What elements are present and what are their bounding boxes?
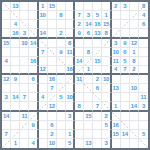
cell-r2c1[interactable] [2, 11, 11, 20]
cell-r3c2[interactable]: 4 [11, 20, 20, 29]
cell-r16c5[interactable] [39, 139, 48, 148]
cell-r2c10[interactable]: 3 [84, 11, 93, 20]
cell-r15c6[interactable]: 2 [48, 130, 57, 139]
cell-r8c16[interactable] [139, 66, 148, 75]
cell-r1c14[interactable]: 3 [121, 2, 130, 11]
cell-r3c8[interactable] [66, 20, 75, 29]
cell-r7c2[interactable] [11, 57, 20, 66]
cell-r9c9[interactable]: 11 [75, 75, 84, 84]
cell-r16c2[interactable]: 1 [11, 139, 20, 148]
cell-r13c1[interactable]: 14 [2, 112, 11, 121]
cell-r15c13[interactable]: 15 [112, 130, 121, 139]
cell-r9c13[interactable] [112, 75, 121, 84]
cell-r16c3[interactable] [20, 139, 29, 148]
cell-r6c6[interactable] [48, 48, 57, 57]
cell-r15c5[interactable] [39, 130, 48, 139]
cell-r7c7[interactable] [57, 57, 66, 66]
cell-r10c15[interactable]: 10 [130, 84, 139, 93]
cell-r3c6[interactable] [48, 20, 57, 29]
cell-r5c1[interactable]: 15 [2, 39, 11, 48]
cell-r10c5[interactable] [39, 84, 48, 93]
cell-r13c7[interactable] [57, 112, 66, 121]
cell-r8c4[interactable] [29, 66, 38, 75]
cell-r3c13[interactable] [112, 20, 121, 29]
cell-r12c4[interactable] [29, 102, 38, 111]
cell-r14c16[interactable] [139, 121, 148, 130]
cell-r7c3[interactable] [20, 57, 29, 66]
cell-r1c8[interactable] [66, 2, 75, 11]
cell-r9c16[interactable] [139, 75, 148, 84]
cell-r12c9[interactable]: 8 [75, 102, 84, 111]
cell-r16c15[interactable] [130, 139, 139, 148]
cell-r4c12[interactable]: 8 [102, 29, 111, 38]
cell-r12c10[interactable] [84, 102, 93, 111]
cell-r13c10[interactable]: 15 [84, 112, 93, 121]
cell-r7c1[interactable]: 4 [2, 57, 11, 66]
cell-r13c2[interactable] [11, 112, 20, 121]
cell-r14c6[interactable]: 6 [48, 121, 57, 130]
cell-r11c3[interactable]: 7 [20, 93, 29, 102]
cell-r10c10[interactable] [84, 84, 93, 93]
cell-r2c12[interactable]: 1 [102, 11, 111, 20]
cell-r6c12[interactable] [102, 48, 111, 57]
cell-r11c1[interactable]: 3 [2, 93, 11, 102]
cell-r13c8[interactable]: 3 [66, 112, 75, 121]
cell-r13c16[interactable] [139, 112, 148, 121]
cell-r8c10[interactable]: 1 [84, 66, 93, 75]
cell-r6c13[interactable]: 10 [112, 48, 121, 57]
cell-r8c3[interactable] [20, 66, 29, 75]
cell-r9c6[interactable]: 16 [48, 75, 57, 84]
cell-r4c13[interactable] [112, 29, 121, 38]
cell-r2c3[interactable] [20, 11, 29, 20]
cell-r10c14[interactable] [121, 84, 130, 93]
cell-r11c14[interactable] [121, 93, 130, 102]
cell-r8c14[interactable]: 7 [121, 66, 130, 75]
cell-r1c15[interactable] [130, 2, 139, 11]
cell-r6c14[interactable]: 6 [121, 48, 130, 57]
cell-r6c16[interactable] [139, 48, 148, 57]
cell-r6c3[interactable] [20, 48, 29, 57]
cell-r1c2[interactable]: 13 [11, 2, 20, 11]
cell-r10c8[interactable] [66, 84, 75, 93]
cell-r11c8[interactable]: 10 [66, 93, 75, 102]
cell-r13c4[interactable] [29, 112, 38, 121]
cell-r5c4[interactable]: 14 [29, 39, 38, 48]
cell-r2c7[interactable]: 8 [57, 11, 66, 20]
cell-r12c1[interactable] [2, 102, 11, 111]
cell-r7c4[interactable]: 16 [29, 57, 38, 66]
cell-r4c15[interactable] [130, 29, 139, 38]
cell-r7c5[interactable] [39, 57, 48, 66]
cell-r6c9[interactable] [75, 48, 84, 57]
cell-r3c10[interactable]: 14 [84, 20, 93, 29]
cell-r4c14[interactable] [121, 29, 130, 38]
cell-r6c1[interactable] [2, 48, 11, 57]
cell-r5c9[interactable] [75, 39, 84, 48]
cell-r3c5[interactable] [39, 20, 48, 29]
cell-r8c1[interactable] [2, 66, 11, 75]
cell-r9c14[interactable] [121, 75, 130, 84]
cell-r11c7[interactable]: 5 [57, 93, 66, 102]
cell-r12c13[interactable]: 1 [112, 102, 121, 111]
cell-r5c16[interactable] [139, 39, 148, 48]
cell-r13c12[interactable]: 2 [102, 112, 111, 121]
cell-r4c1[interactable] [2, 29, 11, 38]
cell-r10c2[interactable] [11, 84, 20, 93]
cell-r8c6[interactable] [48, 66, 57, 75]
cell-r8c8[interactable]: 16 [66, 66, 75, 75]
cell-r3c14[interactable] [121, 20, 130, 29]
cell-r10c13[interactable]: 13 [112, 84, 121, 93]
cell-r3c16[interactable]: 6 [139, 20, 148, 29]
cell-r9c15[interactable] [130, 75, 139, 84]
cell-r7c16[interactable] [139, 57, 148, 66]
cell-r1c10[interactable] [84, 2, 93, 11]
cell-r1c3[interactable] [20, 2, 29, 11]
cell-r9c1[interactable]: 12 [2, 75, 11, 84]
cell-r14c15[interactable] [130, 121, 139, 130]
cell-r2c16[interactable]: 4 [139, 11, 148, 20]
cell-r12c14[interactable] [121, 102, 130, 111]
cell-r3c15[interactable] [130, 20, 139, 29]
cell-r12c2[interactable] [11, 102, 20, 111]
cell-r2c13[interactable] [112, 11, 121, 20]
cell-r10c1[interactable] [2, 84, 11, 93]
cell-r11c9[interactable] [75, 93, 84, 102]
cell-r6c7[interactable]: 9 [57, 48, 66, 57]
cell-r14c9[interactable] [75, 121, 84, 130]
cell-r6c8[interactable]: 11 [66, 48, 75, 57]
cell-r3c4[interactable] [29, 20, 38, 29]
cell-r8c9[interactable] [75, 66, 84, 75]
cell-r7c13[interactable]: 11 [112, 57, 121, 66]
cell-r5c15[interactable]: 12 [130, 39, 139, 48]
cell-r16c13[interactable] [112, 139, 121, 148]
cell-r14c14[interactable] [121, 121, 130, 130]
cell-r6c10[interactable]: 8 [84, 48, 93, 57]
cell-r11c5[interactable]: 4 [39, 93, 48, 102]
cell-r3c11[interactable]: 16 [93, 20, 102, 29]
cell-r3c1[interactable] [2, 20, 11, 29]
cell-r7c12[interactable] [102, 57, 111, 66]
cell-r2c14[interactable] [121, 11, 130, 20]
cell-r12c8[interactable] [66, 102, 75, 111]
cell-r15c7[interactable] [57, 130, 66, 139]
cell-r1c1[interactable] [2, 2, 11, 11]
cell-r14c7[interactable] [57, 121, 66, 130]
cell-r12c12[interactable] [102, 102, 111, 111]
cell-r3c9[interactable]: 2 [75, 20, 84, 29]
cell-r12c7[interactable] [57, 102, 66, 111]
cell-r1c5[interactable]: 1 [39, 2, 48, 11]
cell-r9c4[interactable]: 6 [29, 75, 38, 84]
cell-r8c11[interactable] [93, 66, 102, 75]
cell-r4c4[interactable] [29, 29, 38, 38]
cell-r11c2[interactable]: 14 [11, 93, 20, 102]
cell-r12c3[interactable] [20, 102, 29, 111]
cell-r16c1[interactable] [2, 139, 11, 148]
cell-r11c4[interactable] [29, 93, 38, 102]
cell-r8c13[interactable]: 4 [112, 66, 121, 75]
cell-r5c12[interactable] [102, 39, 111, 48]
cell-r10c4[interactable] [29, 84, 38, 93]
cell-r12c5[interactable] [39, 102, 48, 111]
cell-r2c11[interactable]: 5 [93, 11, 102, 20]
cell-r9c2[interactable]: 9 [11, 75, 20, 84]
cell-r5c10[interactable] [84, 39, 93, 48]
cell-r10c9[interactable] [75, 84, 84, 93]
cell-r13c3[interactable]: 11 [20, 112, 29, 121]
cell-r4c8[interactable] [66, 29, 75, 38]
cell-r9c8[interactable] [66, 75, 75, 84]
cell-r5c13[interactable]: 3 [112, 39, 121, 48]
cell-r1c13[interactable]: 2 [112, 2, 121, 11]
cell-r4c2[interactable]: 16 [11, 29, 20, 38]
cell-r5c8[interactable]: 8 [66, 39, 75, 48]
cell-r12c15[interactable]: 14 [130, 102, 139, 111]
cell-r15c16[interactable]: 5 [139, 130, 148, 139]
cell-r1c16[interactable]: 8 [139, 2, 148, 11]
cell-r15c2[interactable] [11, 130, 20, 139]
cell-r1c7[interactable] [57, 2, 66, 11]
cell-r1c4[interactable] [29, 2, 38, 11]
cell-r10c3[interactable] [20, 84, 29, 93]
cell-r16c10[interactable]: 13 [84, 139, 93, 148]
cell-r5c6[interactable] [48, 39, 57, 48]
cell-r3c12[interactable]: 15 [102, 20, 111, 29]
cell-r2c9[interactable]: 7 [75, 11, 84, 20]
sudoku-board: 1311523810873514421416156163142961381510… [0, 0, 150, 150]
cell-r15c12[interactable] [102, 130, 111, 139]
cell-r5c11[interactable] [93, 39, 102, 48]
cell-r16c14[interactable] [121, 139, 130, 148]
cell-r13c14[interactable] [121, 112, 130, 121]
cell-r6c5[interactable]: 7 [39, 48, 48, 57]
cell-r1c11[interactable] [93, 2, 102, 11]
cell-r7c9[interactable]: 14 [75, 57, 84, 66]
cell-r7c11[interactable]: 15 [93, 57, 102, 66]
cell-r15c1[interactable]: 7 [2, 130, 11, 139]
cell-r14c1[interactable] [2, 121, 11, 130]
cell-r4c11[interactable]: 13 [93, 29, 102, 38]
cell-r16c6[interactable]: 10 [48, 139, 57, 148]
cell-r3c3[interactable] [20, 20, 29, 29]
cell-r10c6[interactable]: 7 [48, 84, 57, 93]
cell-r16c11[interactable] [93, 139, 102, 148]
cell-r11c12[interactable] [102, 93, 111, 102]
cell-r14c10[interactable] [84, 121, 93, 130]
cell-r1c9[interactable] [75, 2, 84, 11]
cell-r11c6[interactable] [48, 93, 57, 102]
cell-r8c5[interactable]: 12 [39, 66, 48, 75]
cell-r5c2[interactable] [11, 39, 20, 48]
cell-r16c9[interactable] [75, 139, 84, 148]
cell-r1c12[interactable] [102, 2, 111, 11]
cell-r15c4[interactable] [29, 130, 38, 139]
cell-r4c10[interactable]: 6 [84, 29, 93, 38]
cell-r9c5[interactable] [39, 75, 48, 84]
cell-r4c3[interactable]: 3 [20, 29, 29, 38]
cell-r9c12[interactable]: 10 [102, 75, 111, 84]
cell-r7c15[interactable]: 8 [130, 57, 139, 66]
cell-r14c4[interactable]: 9 [29, 121, 38, 130]
cell-r13c15[interactable] [130, 112, 139, 121]
cell-r15c8[interactable]: 1 [66, 130, 75, 139]
cell-r14c13[interactable]: 16 [112, 121, 121, 130]
cell-r6c4[interactable] [29, 48, 38, 57]
cell-r13c6[interactable] [48, 112, 57, 121]
cell-r16c8[interactable]: 5 [66, 139, 75, 148]
cell-r4c6[interactable] [48, 29, 57, 38]
cell-r11c15[interactable] [130, 93, 139, 102]
cell-r15c10[interactable] [84, 130, 93, 139]
cell-r2c2[interactable] [11, 11, 20, 20]
cell-r12c11[interactable]: 7 [93, 102, 102, 111]
cell-r5c7[interactable] [57, 39, 66, 48]
cell-r10c12[interactable] [102, 84, 111, 93]
cell-r13c11[interactable] [93, 112, 102, 121]
cell-r1c6[interactable]: 15 [48, 2, 57, 11]
cell-r2c4[interactable] [29, 11, 38, 20]
cell-r14c8[interactable] [66, 121, 75, 130]
cell-r15c14[interactable]: 14 [121, 130, 130, 139]
cell-r5c3[interactable]: 10 [20, 39, 29, 48]
cell-r2c8[interactable] [66, 11, 75, 20]
cell-r8c15[interactable]: 2 [130, 66, 139, 75]
cell-r4c7[interactable]: 2 [57, 29, 66, 38]
cell-r8c12[interactable] [102, 66, 111, 75]
cell-r9c10[interactable] [84, 75, 93, 84]
cell-r7c10[interactable] [84, 57, 93, 66]
cell-r12c6[interactable]: 12 [48, 102, 57, 111]
cell-r5c14[interactable]: 9 [121, 39, 130, 48]
cell-r4c9[interactable]: 9 [75, 29, 84, 38]
cell-r2c5[interactable]: 10 [39, 11, 48, 20]
cell-r15c9[interactable] [75, 130, 84, 139]
cell-r10c11[interactable]: 6 [93, 84, 102, 93]
cell-r7c8[interactable] [66, 57, 75, 66]
cell-r2c6[interactable] [48, 11, 57, 20]
cell-r11c10[interactable] [84, 93, 93, 102]
cell-r10c7[interactable] [57, 84, 66, 93]
cell-r6c15[interactable]: 1 [130, 48, 139, 57]
cell-r12c16[interactable]: 3 [139, 102, 148, 111]
cell-r9c7[interactable] [57, 75, 66, 84]
cell-r16c16[interactable] [139, 139, 148, 148]
cell-r13c5[interactable] [39, 112, 48, 121]
cell-r7c6[interactable] [48, 57, 57, 66]
cell-r14c5[interactable] [39, 121, 48, 130]
cell-r14c2[interactable] [11, 121, 20, 130]
cell-r9c3[interactable] [20, 75, 29, 84]
cell-r13c9[interactable] [75, 112, 84, 121]
cell-r7c14[interactable]: 5 [121, 57, 130, 66]
cell-r11c13[interactable] [112, 93, 121, 102]
cell-r14c11[interactable] [93, 121, 102, 130]
cell-r16c4[interactable]: 4 [29, 139, 38, 148]
cell-r5c5[interactable] [39, 39, 48, 48]
cell-r4c16[interactable] [139, 29, 148, 38]
cell-r8c7[interactable] [57, 66, 66, 75]
cell-r15c3[interactable] [20, 130, 29, 139]
cell-r9c11[interactable]: 2 [93, 75, 102, 84]
cell-r4c5[interactable]: 14 [39, 29, 48, 38]
cell-r14c3[interactable] [20, 121, 29, 130]
cell-r8c2[interactable] [11, 66, 20, 75]
cell-r16c12[interactable]: 3 [102, 139, 111, 148]
cell-r6c11[interactable] [93, 48, 102, 57]
cell-r11c11[interactable] [93, 93, 102, 102]
cell-r6c2[interactable] [11, 48, 20, 57]
cell-grid: 1311523810873514421416156163142961381510… [2, 2, 148, 148]
cell-r10c16[interactable] [139, 84, 148, 93]
cell-r13c13[interactable] [112, 112, 121, 121]
cell-r3c7[interactable] [57, 20, 66, 29]
cell-r11c16[interactable]: 11 [139, 93, 148, 102]
cell-r14c12[interactable]: 5 [102, 121, 111, 130]
cell-r16c7[interactable] [57, 139, 66, 148]
cell-r2c15[interactable] [130, 11, 139, 20]
cell-r15c15[interactable] [130, 130, 139, 139]
cell-r15c11[interactable] [93, 130, 102, 139]
